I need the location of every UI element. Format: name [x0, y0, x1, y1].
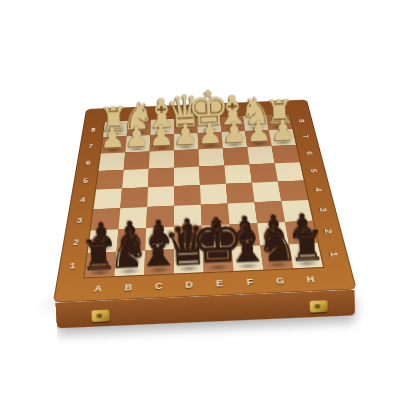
light-pawn-glyph: ♟ [270, 116, 296, 145]
rank-label: 6 [295, 145, 324, 162]
file-label: D [174, 272, 205, 297]
pieces-layer: ♜♞♝♛♚♝♞♜♟♟♟♟♟♟♟♟♟♟♟♟♟♟♟♟♜♞♝♛♚♝♞♜ [85, 114, 324, 278]
chess-piece-light-pawn[interactable]: ♟ [245, 130, 272, 147]
file-label: H [293, 267, 328, 292]
rank-label: 5 [72, 171, 98, 191]
light-pawn-glyph: ♟ [99, 124, 125, 153]
file-label: A [81, 276, 114, 301]
chess-piece-light-pawn[interactable]: ♟ [150, 134, 174, 151]
rank-label: 4 [303, 180, 334, 199]
file-label: B [112, 275, 144, 300]
light-pawn-glyph: ♟ [124, 123, 150, 152]
brass-clasp-left-icon [92, 310, 110, 322]
file-label: G [263, 268, 297, 293]
chess-piece-light-pawn[interactable]: ♟ [221, 131, 247, 148]
light-pawn-glyph: ♟ [172, 121, 198, 150]
file-label: E [204, 271, 236, 296]
board-tilt-wrapper: ABCDEFGH ABCDEFGH 87654321 87654321 ♜♞♝♛… [67, 52, 334, 319]
rank-label: 4 [69, 190, 96, 211]
brass-clasp-right-icon [310, 301, 328, 313]
file-label: C [143, 274, 174, 299]
board-frame: ABCDEFGH ABCDEFGH 87654321 87654321 ♜♞♝♛… [53, 99, 357, 302]
dark-rook-glyph: ♜ [288, 225, 327, 268]
light-pawn-glyph: ♟ [246, 117, 272, 146]
chess-piece-light-pawn[interactable]: ♟ [125, 135, 150, 152]
chess-piece-light-pawn[interactable]: ♟ [174, 133, 198, 150]
scene: ABCDEFGH ABCDEFGH 87654321 87654321 ♜♞♝♛… [0, 0, 400, 400]
rank-label: 6 [75, 154, 101, 172]
chess-piece-dark-rook[interactable]: ♜ [289, 243, 323, 268]
rank-label: 5 [299, 162, 329, 180]
light-pawn-glyph: ♟ [197, 119, 223, 148]
chess-piece-light-pawn[interactable]: ♟ [101, 136, 127, 153]
chess-piece-light-pawn[interactable]: ♟ [269, 129, 296, 146]
light-pawn-glyph: ♟ [148, 122, 174, 151]
light-pawn-glyph: ♟ [221, 118, 247, 147]
file-label: F [234, 270, 267, 295]
chess-piece-light-pawn[interactable]: ♟ [198, 132, 223, 149]
